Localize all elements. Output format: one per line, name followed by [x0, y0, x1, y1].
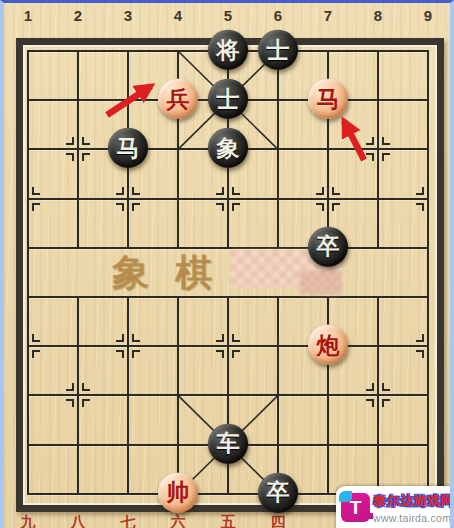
position-marker	[32, 350, 40, 358]
piece-red-horse[interactable]: 马	[308, 79, 348, 119]
top-column-label: 8	[367, 7, 389, 24]
grid-line	[77, 296, 79, 495]
position-marker	[66, 383, 74, 391]
position-marker	[132, 187, 140, 195]
position-marker	[332, 187, 340, 195]
grid-line	[377, 296, 379, 495]
grid-line	[277, 296, 279, 495]
site-name: 泰尔达游戏网	[373, 492, 454, 510]
position-marker	[66, 153, 74, 161]
position-marker	[32, 203, 40, 211]
top-column-label: 9	[417, 7, 439, 24]
grid-line	[427, 50, 429, 495]
piece-red-pawn[interactable]: 兵	[158, 79, 198, 119]
bottom-column-label: 四	[266, 513, 290, 528]
position-marker	[366, 137, 374, 145]
position-marker	[116, 350, 124, 358]
piece-red-cannon[interactable]: 炮	[308, 325, 348, 365]
tairda-t-logo-icon: T	[341, 493, 370, 522]
top-column-label: 6	[267, 7, 289, 24]
bottom-column-label: 六	[166, 513, 190, 528]
position-marker	[132, 334, 140, 342]
river-watermark-text: 象棋	[112, 248, 238, 298]
position-marker	[216, 203, 224, 211]
position-marker	[232, 187, 240, 195]
grid-line	[227, 296, 229, 495]
position-marker	[382, 383, 390, 391]
grid-line	[377, 50, 379, 249]
position-marker	[332, 203, 340, 211]
top-column-label: 1	[17, 7, 39, 24]
piece-black-horse[interactable]: 马	[108, 128, 148, 168]
position-marker	[416, 187, 424, 195]
position-marker	[366, 153, 374, 161]
position-marker	[116, 187, 124, 195]
position-marker	[416, 350, 424, 358]
position-marker	[416, 334, 424, 342]
position-marker	[216, 334, 224, 342]
grid-line	[277, 50, 279, 249]
position-marker	[82, 137, 90, 145]
top-column-label: 7	[317, 7, 339, 24]
position-marker	[132, 350, 140, 358]
piece-black-elephant[interactable]: 象	[208, 128, 248, 168]
piece-black-advisor[interactable]: 士	[258, 30, 298, 70]
piece-black-pawn[interactable]: 卒	[308, 227, 348, 267]
position-marker	[116, 203, 124, 211]
position-marker	[382, 153, 390, 161]
top-column-label: 5	[217, 7, 239, 24]
position-marker	[66, 137, 74, 145]
grid-line	[177, 296, 179, 495]
position-marker	[316, 203, 324, 211]
bottom-column-label: 七	[116, 513, 140, 528]
position-marker	[32, 334, 40, 342]
piece-black-general[interactable]: 将	[208, 30, 248, 70]
grid-line	[27, 50, 29, 495]
piece-black-chariot[interactable]: 车	[208, 423, 248, 463]
site-url: www.tairda.com	[373, 512, 454, 524]
position-marker	[116, 334, 124, 342]
position-marker	[66, 399, 74, 407]
position-marker	[416, 203, 424, 211]
position-marker	[216, 350, 224, 358]
piece-black-pawn[interactable]: 卒	[258, 473, 298, 513]
position-marker	[82, 399, 90, 407]
grid-line	[77, 50, 79, 249]
position-marker	[382, 137, 390, 145]
grid-line	[127, 296, 129, 495]
position-marker	[232, 350, 240, 358]
t-logo-letter: T	[350, 498, 362, 517]
position-marker	[132, 203, 140, 211]
bottom-column-label: 九	[16, 513, 40, 528]
position-marker	[216, 187, 224, 195]
position-marker	[366, 399, 374, 407]
top-column-label: 3	[117, 7, 139, 24]
position-marker	[82, 383, 90, 391]
top-column-label: 4	[167, 7, 189, 24]
site-watermark-logo: T 泰尔达游戏网 www.tairda.com	[336, 486, 454, 528]
position-marker	[82, 153, 90, 161]
position-marker	[32, 187, 40, 195]
top-column-label: 2	[67, 7, 89, 24]
bottom-column-label: 五	[216, 513, 240, 528]
blurred-watermark-patch-small	[300, 271, 342, 295]
position-marker	[366, 383, 374, 391]
position-marker	[316, 187, 324, 195]
xiangqi-board-screenshot: 123456789 九八七六五四 象棋 将士兵士马马象卒炮车帅卒 T 泰尔达游戏…	[0, 0, 454, 528]
bottom-column-label: 八	[66, 513, 90, 528]
piece-red-general[interactable]: 帅	[158, 473, 198, 513]
position-marker	[232, 203, 240, 211]
position-marker	[232, 334, 240, 342]
position-marker	[382, 399, 390, 407]
piece-black-advisor[interactable]: 士	[208, 79, 248, 119]
